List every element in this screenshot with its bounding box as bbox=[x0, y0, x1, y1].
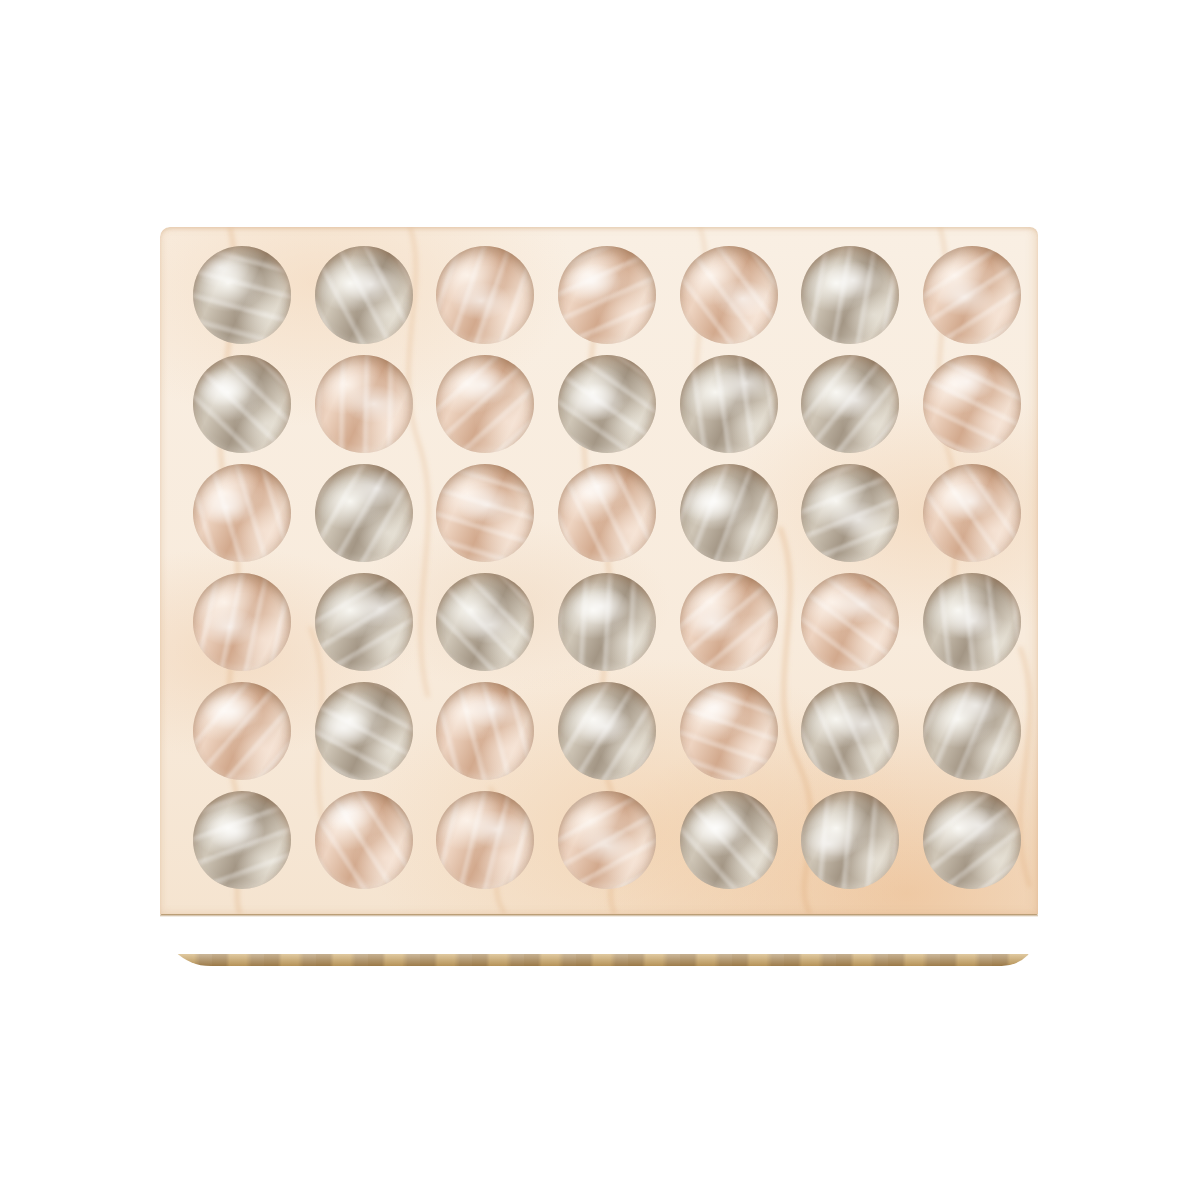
disc-champagne-silver bbox=[558, 355, 656, 453]
disc-champagne-silver bbox=[315, 246, 413, 344]
disc-blush-pink bbox=[801, 573, 899, 671]
pearl-sheen bbox=[315, 246, 413, 344]
pearl-sheen bbox=[193, 246, 291, 344]
brass-base bbox=[160, 914, 1038, 966]
disc-champagne-silver bbox=[193, 355, 291, 453]
disc-champagne-silver bbox=[436, 573, 534, 671]
cell-r2c1[interactable] bbox=[193, 355, 291, 453]
disc-blush-pink bbox=[315, 355, 413, 453]
pearl-sheen bbox=[923, 246, 1021, 344]
pearl-sheen bbox=[801, 246, 899, 344]
cell-r6c7[interactable] bbox=[923, 791, 1021, 889]
brass-base-seam bbox=[160, 914, 1038, 917]
pearl-sheen bbox=[680, 464, 778, 562]
pearl-sheen bbox=[680, 246, 778, 344]
cell-r1c5[interactable] bbox=[680, 246, 778, 344]
disc-blush-pink bbox=[436, 464, 534, 562]
disc-champagne-silver bbox=[680, 791, 778, 889]
pearl-sheen bbox=[923, 682, 1021, 780]
disc-champagne-silver bbox=[923, 682, 1021, 780]
pearl-sheen bbox=[923, 573, 1021, 671]
pearl-sheen bbox=[801, 791, 899, 889]
pearl-sheen bbox=[801, 682, 899, 780]
pearl-sheen bbox=[436, 682, 534, 780]
cell-r3c3[interactable] bbox=[436, 464, 534, 562]
pearl-sheen bbox=[680, 682, 778, 780]
disc-blush-pink bbox=[315, 791, 413, 889]
disc-blush-pink bbox=[436, 355, 534, 453]
pearl-sheen bbox=[193, 573, 291, 671]
cell-r3c7[interactable] bbox=[923, 464, 1021, 562]
disc-blush-pink bbox=[436, 791, 534, 889]
pearl-sheen bbox=[315, 682, 413, 780]
cell-r6c6[interactable] bbox=[801, 791, 899, 889]
cell-r6c3[interactable] bbox=[436, 791, 534, 889]
pearl-sheen bbox=[436, 246, 534, 344]
disc-champagne-silver bbox=[315, 573, 413, 671]
disc-champagne-silver bbox=[801, 791, 899, 889]
pearl-sheen bbox=[436, 355, 534, 453]
pearl-sheen bbox=[680, 573, 778, 671]
pearl-sheen bbox=[558, 682, 656, 780]
pearl-sheen bbox=[315, 791, 413, 889]
pearl-sheen bbox=[315, 355, 413, 453]
cell-r3c6[interactable] bbox=[801, 464, 899, 562]
pearl-sheen bbox=[436, 791, 534, 889]
disc-champagne-silver bbox=[801, 682, 899, 780]
disc-champagne-silver bbox=[193, 791, 291, 889]
cell-r1c4[interactable] bbox=[558, 246, 656, 344]
cell-r6c1[interactable] bbox=[193, 791, 291, 889]
pearl-sheen bbox=[801, 355, 899, 453]
cell-r4c1[interactable] bbox=[193, 573, 291, 671]
disc-blush-pink bbox=[436, 682, 534, 780]
pearl-sheen bbox=[193, 682, 291, 780]
cell-r6c5[interactable] bbox=[680, 791, 778, 889]
disc-blush-pink bbox=[923, 464, 1021, 562]
cell-r6c2[interactable] bbox=[315, 791, 413, 889]
product-photo-canvas bbox=[0, 0, 1200, 1200]
pearl-sheen bbox=[193, 791, 291, 889]
disc-champagne-silver bbox=[315, 682, 413, 780]
cell-r3c2[interactable] bbox=[315, 464, 413, 562]
disc-champagne-silver bbox=[680, 464, 778, 562]
cell-r2c7[interactable] bbox=[923, 355, 1021, 453]
disc-blush-pink bbox=[923, 246, 1021, 344]
cell-r4c6[interactable] bbox=[801, 573, 899, 671]
cell-r4c3[interactable] bbox=[436, 573, 534, 671]
hole-grid bbox=[160, 227, 1038, 914]
pearl-sheen bbox=[436, 573, 534, 671]
pearl-sheen bbox=[923, 355, 1021, 453]
pearl-sheen bbox=[680, 355, 778, 453]
disc-champagne-silver bbox=[193, 246, 291, 344]
cell-r2c4[interactable] bbox=[558, 355, 656, 453]
cell-r5c1[interactable] bbox=[193, 682, 291, 780]
pearl-sheen bbox=[680, 791, 778, 889]
connect-four-board bbox=[160, 227, 1038, 914]
pearl-sheen bbox=[193, 464, 291, 562]
pearl-sheen bbox=[923, 464, 1021, 562]
disc-blush-pink bbox=[193, 682, 291, 780]
disc-blush-pink bbox=[558, 246, 656, 344]
brass-base-hammered-edge bbox=[160, 954, 1038, 966]
disc-champagne-silver bbox=[801, 464, 899, 562]
pearl-sheen bbox=[558, 464, 656, 562]
cell-r4c5[interactable] bbox=[680, 573, 778, 671]
disc-champagne-silver bbox=[923, 791, 1021, 889]
cell-r4c2[interactable] bbox=[315, 573, 413, 671]
pearl-sheen bbox=[558, 791, 656, 889]
cell-r2c2[interactable] bbox=[315, 355, 413, 453]
pearl-sheen bbox=[558, 355, 656, 453]
cell-r4c7[interactable] bbox=[923, 573, 1021, 671]
cell-r3c5[interactable] bbox=[680, 464, 778, 562]
disc-champagne-silver bbox=[315, 464, 413, 562]
cell-r5c4[interactable] bbox=[558, 682, 656, 780]
disc-blush-pink bbox=[436, 246, 534, 344]
disc-blush-pink bbox=[680, 246, 778, 344]
cell-r2c6[interactable] bbox=[801, 355, 899, 453]
cell-r4c4[interactable] bbox=[558, 573, 656, 671]
cell-r5c6[interactable] bbox=[801, 682, 899, 780]
pearl-sheen bbox=[923, 791, 1021, 889]
disc-champagne-silver bbox=[558, 682, 656, 780]
cell-r5c2[interactable] bbox=[315, 682, 413, 780]
cell-r5c7[interactable] bbox=[923, 682, 1021, 780]
cell-r1c6[interactable] bbox=[801, 246, 899, 344]
cell-r1c2[interactable] bbox=[315, 246, 413, 344]
pearl-sheen bbox=[193, 355, 291, 453]
cell-r3c4[interactable] bbox=[558, 464, 656, 562]
cell-r6c4[interactable] bbox=[558, 791, 656, 889]
cell-r3c1[interactable] bbox=[193, 464, 291, 562]
disc-champagne-silver bbox=[923, 573, 1021, 671]
pearl-sheen bbox=[801, 464, 899, 562]
pearl-sheen bbox=[315, 464, 413, 562]
cell-r2c5[interactable] bbox=[680, 355, 778, 453]
disc-blush-pink bbox=[558, 464, 656, 562]
pearl-sheen bbox=[801, 573, 899, 671]
disc-champagne-silver bbox=[680, 355, 778, 453]
disc-champagne-silver bbox=[801, 246, 899, 344]
pearl-sheen bbox=[315, 573, 413, 671]
pearl-sheen bbox=[558, 246, 656, 344]
disc-champagne-silver bbox=[558, 573, 656, 671]
disc-blush-pink bbox=[680, 573, 778, 671]
pearl-sheen bbox=[558, 573, 656, 671]
pearl-sheen bbox=[436, 464, 534, 562]
cell-r2c3[interactable] bbox=[436, 355, 534, 453]
disc-blush-pink bbox=[558, 791, 656, 889]
cell-r5c5[interactable] bbox=[680, 682, 778, 780]
disc-champagne-silver bbox=[801, 355, 899, 453]
disc-blush-pink bbox=[680, 682, 778, 780]
cell-r5c3[interactable] bbox=[436, 682, 534, 780]
disc-blush-pink bbox=[923, 355, 1021, 453]
cell-r1c1[interactable] bbox=[193, 246, 291, 344]
cell-r1c3[interactable] bbox=[436, 246, 534, 344]
disc-blush-pink bbox=[193, 573, 291, 671]
disc-blush-pink bbox=[193, 464, 291, 562]
cell-r1c7[interactable] bbox=[923, 246, 1021, 344]
